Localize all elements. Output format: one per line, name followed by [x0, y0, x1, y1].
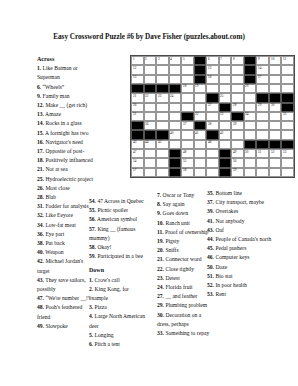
grid-cell[interactable]: [231, 130, 244, 139]
grid-cell[interactable]: [256, 112, 269, 121]
cell-number: 4: [170, 57, 172, 61]
cell-number: 30: [271, 103, 274, 107]
black-cell: [244, 65, 257, 74]
clue-across-14: 14. Rocks in a glass: [37, 119, 95, 128]
cell-number: 40: [170, 131, 173, 135]
clue-down-10: 10. Ranch unit: [157, 219, 210, 228]
grid-cell[interactable]: [269, 84, 282, 93]
grid-cell[interactable]: 58: [181, 168, 194, 177]
black-cell: [144, 130, 157, 139]
clue-down-50: 50. Doze: [207, 263, 285, 272]
cell-number: 34: [245, 112, 248, 116]
grid-cell[interactable]: [144, 168, 157, 177]
grid-cell[interactable]: [219, 140, 232, 149]
clue-across-28: 28. Blab: [37, 193, 95, 202]
black-cell: [206, 130, 219, 139]
black-cell: [131, 130, 144, 139]
clue-down-53: 53. Rent: [207, 290, 285, 299]
clue-down-5: 5. Longing: [89, 331, 147, 340]
across-tail-and-down-start-column: 54. 47 Across in Quebec55. Picnic spoile…: [89, 197, 147, 349]
cell-number: 16: [208, 75, 211, 79]
grid-cell[interactable]: [156, 121, 169, 130]
clue-down-7: 7. Oscar or Tony: [157, 191, 210, 200]
cell-number: 50: [245, 150, 248, 154]
clue-down-3: 3. Pizza: [89, 303, 147, 312]
grid-cell[interactable]: 23: [156, 93, 169, 102]
clue-across-47: 47. “We're number __!”: [37, 294, 95, 303]
black-cell: [181, 112, 194, 121]
cell-number: 1: [133, 57, 135, 61]
grid-cell[interactable]: [156, 158, 169, 167]
black-cell: [219, 168, 232, 177]
clue-across-40: 40. Weapon: [37, 248, 95, 257]
grid-cell[interactable]: [156, 103, 169, 112]
grid-cell[interactable]: [169, 140, 182, 149]
grid-cell[interactable]: [206, 112, 219, 121]
grid-cell[interactable]: [281, 75, 294, 84]
grid-cell[interactable]: 48: [181, 149, 194, 158]
grid-cell[interactable]: [181, 93, 194, 102]
grid-cell[interactable]: [194, 93, 207, 102]
clue-down-30: 30. Decoration on a dress, perhaps: [157, 311, 210, 329]
grid-cell[interactable]: [231, 93, 244, 102]
cell-number: 32: [195, 112, 198, 116]
black-cell: [269, 140, 282, 149]
grid-cell[interactable]: [169, 65, 182, 74]
cell-number: 38: [208, 122, 211, 126]
cell-number: 8: [233, 57, 235, 61]
black-cell: [194, 121, 207, 130]
cell-number: 37: [183, 122, 186, 126]
grid-cell[interactable]: [244, 130, 257, 139]
grid-cell[interactable]: [169, 121, 182, 130]
grid-cell[interactable]: [281, 130, 294, 139]
clue-across-18: 18. Positively influenced: [37, 156, 95, 165]
grid-cell[interactable]: 27: [206, 103, 219, 112]
clue-down-4: 4. Large North American deer: [89, 312, 147, 330]
clue-down-9: 9. Goes down: [157, 209, 210, 218]
cell-number: 26: [133, 103, 136, 107]
grid-cell[interactable]: 56: [231, 158, 244, 167]
grid-cell[interactable]: [144, 75, 157, 84]
grid-cell[interactable]: 11: [281, 56, 294, 65]
clue-across-16: 16. Navigator's need: [37, 138, 95, 147]
cell-number: 14: [258, 66, 261, 70]
grid-cell[interactable]: [156, 168, 169, 177]
cell-number: 3: [158, 57, 160, 61]
clue-down-20: 20. Sniffs: [157, 246, 210, 255]
cell-number: 9: [258, 57, 260, 61]
cell-number: 36: [145, 122, 148, 126]
grid-cell[interactable]: [281, 84, 294, 93]
clue-across-17: 17. Opposite of post-: [37, 147, 95, 156]
grid-cell[interactable]: 33: [219, 112, 232, 121]
cell-number: 56: [233, 159, 236, 163]
clue-across-57: 57. King __ (famous mummy): [89, 225, 147, 243]
grid-cell[interactable]: 45: [156, 140, 169, 149]
grid-cell[interactable]: [194, 168, 207, 177]
black-cell: [244, 75, 257, 84]
clue-across-38: 38. Put back: [37, 239, 95, 248]
cell-number: 43: [133, 140, 136, 144]
grid-cell[interactable]: 44: [144, 140, 157, 149]
grid-cell[interactable]: [219, 121, 232, 130]
grid-cell[interactable]: 54: [131, 158, 144, 167]
cell-number: 44: [145, 140, 148, 144]
cell-number: 31: [133, 112, 136, 116]
clue-down-29: 29. Plumbing problem: [157, 301, 210, 310]
cell-number: 51: [258, 150, 261, 154]
grid-cell[interactable]: [244, 168, 257, 177]
cell-number: 52: [271, 150, 274, 154]
cell-number: 11: [283, 57, 286, 61]
grid-cell[interactable]: 59: [231, 168, 244, 177]
clue-down-19: 19. Pigsty: [157, 237, 210, 246]
clue-down-41: 41. Not anybody: [207, 217, 285, 226]
grid-cell[interactable]: [269, 112, 282, 121]
grid-cell[interactable]: 16: [206, 75, 219, 84]
clue-across-48: 48. Pooh's feathered friend: [37, 303, 95, 321]
cell-number: 20: [245, 84, 248, 88]
grid-cell[interactable]: [206, 168, 219, 177]
black-cell: [131, 84, 144, 93]
grid-cell[interactable]: [281, 121, 294, 130]
grid-cell[interactable]: [231, 140, 244, 149]
black-cell: [244, 140, 257, 149]
grid-cell[interactable]: [244, 158, 257, 167]
black-cell: [169, 158, 182, 167]
clue-across-25: 25. Hydroelectric project: [37, 175, 95, 184]
grid-cell[interactable]: [281, 158, 294, 167]
grid-cell[interactable]: [219, 65, 232, 74]
grid-cell[interactable]: [269, 121, 282, 130]
grid-cell[interactable]: 8: [231, 56, 244, 65]
grid-cell[interactable]: 1: [131, 56, 144, 65]
grid-cell[interactable]: [269, 130, 282, 139]
grid-cell[interactable]: [206, 158, 219, 167]
clue-down-27: 27. __ and feather: [157, 292, 210, 301]
cell-number: 5: [183, 57, 185, 61]
clue-down-39: 39. Overtakes: [207, 207, 285, 216]
black-cell: [206, 93, 219, 102]
grid-cell[interactable]: 25: [219, 93, 232, 102]
clue-down-11: 11. Proof of ownership: [157, 228, 210, 237]
black-cell: [131, 121, 144, 130]
black-cell: [281, 93, 294, 102]
clue-across-26: 26. Most close: [37, 184, 95, 193]
down-header: Down: [89, 266, 147, 275]
clue-across-58: 58. Okay!: [89, 243, 147, 252]
grid-cell[interactable]: 19: [194, 84, 207, 93]
grid-cell[interactable]: [256, 84, 269, 93]
grid-cell[interactable]: [256, 130, 269, 139]
grid-cell[interactable]: 3: [156, 56, 169, 65]
grid-cell[interactable]: [194, 103, 207, 112]
grid-cell[interactable]: 6: [206, 56, 219, 65]
grid-cell[interactable]: [194, 140, 207, 149]
clue-across-43: 43. They save sailors, possibly: [37, 276, 95, 294]
grid-cell[interactable]: [231, 75, 244, 84]
grid-cell[interactable]: [194, 149, 207, 158]
clue-down-33: 33. Something to repay: [157, 329, 210, 338]
cell-number: 2: [145, 57, 147, 61]
grid-cell[interactable]: 34: [244, 112, 257, 121]
black-cell: [194, 65, 207, 74]
clue-across-49: 49. Slowpoke: [37, 322, 95, 331]
grid-cell[interactable]: [156, 149, 169, 158]
black-cell: [219, 103, 232, 112]
grid-cell[interactable]: 50: [244, 149, 257, 158]
black-cell: [244, 56, 257, 65]
grid-cell[interactable]: [181, 130, 194, 139]
black-cell: [169, 168, 182, 177]
black-cell: [219, 149, 232, 158]
grid-cell[interactable]: [256, 158, 269, 167]
grid-cell[interactable]: 55: [181, 158, 194, 167]
cell-number: 57: [133, 168, 136, 172]
grid-cell[interactable]: [144, 149, 157, 158]
cell-number: 46: [208, 140, 211, 144]
cell-number: 58: [183, 168, 186, 172]
grid-cell[interactable]: [269, 158, 282, 167]
grid-cell[interactable]: 10: [269, 56, 282, 65]
grid-cell[interactable]: [219, 84, 232, 93]
clue-across-59: 59. Participated in a bee: [89, 252, 147, 261]
grid-cell[interactable]: [219, 75, 232, 84]
cell-number: 25: [220, 94, 223, 98]
grid-cell[interactable]: [144, 65, 157, 74]
grid-cell[interactable]: [256, 121, 269, 130]
cell-number: 22: [145, 94, 148, 98]
grid-cell[interactable]: 17: [256, 75, 269, 84]
cell-number: 27: [208, 103, 211, 107]
grid-cell[interactable]: 32: [194, 112, 207, 121]
black-cell: [169, 149, 182, 158]
black-cell: [269, 93, 282, 102]
clue-down-22: 22. Close tightly: [157, 265, 210, 274]
grid-cell[interactable]: [244, 93, 257, 102]
cell-number: 35: [283, 112, 286, 116]
clue-down-51: 51. Bio stat: [207, 272, 285, 281]
black-cell: [231, 112, 244, 121]
grid-cell[interactable]: [231, 65, 244, 74]
grid-cell[interactable]: 51: [256, 149, 269, 158]
grid-cell[interactable]: 37: [181, 121, 194, 130]
grid-cell[interactable]: [144, 112, 157, 121]
down-clue-column-middle: 7. Oscar or Tony8. Say again9. Goes down…: [157, 191, 210, 338]
grid-cell[interactable]: 36: [144, 121, 157, 130]
clue-across-36: 36. Eye part: [37, 230, 95, 239]
clue-across-1: 1. Like Batman or Superman: [37, 64, 95, 82]
grid-cell[interactable]: 30: [269, 103, 282, 112]
clue-down-43: 43. Oaf: [207, 226, 285, 235]
black-cell: [256, 140, 269, 149]
grid-cell[interactable]: [181, 103, 194, 112]
grid-cell[interactable]: [256, 168, 269, 177]
black-cell: [194, 75, 207, 84]
grid-cell[interactable]: 42: [219, 130, 232, 139]
cell-number: 13: [208, 66, 211, 70]
grid-cell[interactable]: [169, 75, 182, 84]
cell-number: 23: [158, 94, 161, 98]
cell-number: 53: [283, 150, 286, 154]
clue-across-56: 56. American symbol: [89, 215, 147, 224]
clue-across-32: 32. Like Eeyore: [37, 211, 95, 220]
grid-cell[interactable]: [156, 112, 169, 121]
grid-cell[interactable]: 26: [131, 103, 144, 112]
clue-down-52: 52. In poor health: [207, 281, 285, 290]
clue-across-21: 21. Not at sea: [37, 165, 95, 174]
cell-number: 10: [271, 57, 274, 61]
clue-down-1: 1. Crow's call: [89, 276, 147, 285]
grid-cell[interactable]: [269, 168, 282, 177]
cell-number: 48: [183, 150, 186, 154]
grid-cell[interactable]: [169, 103, 182, 112]
grid-cell[interactable]: 29: [256, 103, 269, 112]
clue-down-21: 21. Connector word: [157, 255, 210, 264]
clue-down-44: 44. People of Canada's north: [207, 235, 285, 244]
grid-cell[interactable]: 52: [269, 149, 282, 158]
grid-cell[interactable]: [244, 103, 257, 112]
grid-cell[interactable]: 46: [206, 140, 219, 149]
cell-number: 29: [258, 103, 261, 107]
cell-number: 55: [183, 159, 186, 163]
black-cell: [156, 130, 169, 139]
cell-number: 42: [220, 131, 223, 135]
grid-cell[interactable]: [269, 65, 282, 74]
page-title: Easy Crossword Puzzle #6 by Dave Fisher …: [0, 33, 298, 41]
clue-across-12: 12. Make __ (get rich): [37, 101, 95, 110]
black-cell: [169, 84, 182, 93]
grid-cell[interactable]: [281, 65, 294, 74]
cell-number: 17: [258, 75, 261, 79]
grid-cell[interactable]: [206, 149, 219, 158]
black-cell: [156, 84, 169, 93]
cell-number: 18: [183, 84, 186, 88]
cell-number: 19: [195, 84, 198, 88]
cell-number: 21: [133, 94, 136, 98]
grid-cell[interactable]: [244, 121, 257, 130]
grid-cell[interactable]: [181, 140, 194, 149]
grid-cell[interactable]: 43: [131, 140, 144, 149]
grid-cell[interactable]: 49: [231, 149, 244, 158]
cell-number: 45: [158, 140, 161, 144]
clue-across-31: 31. Fodder for analysis: [37, 202, 95, 211]
clue-across-54: 54. 47 Across in Quebec: [89, 197, 147, 206]
black-cell: [256, 93, 269, 102]
grid-cell[interactable]: 2: [144, 56, 157, 65]
clue-down-8: 8. Say again: [157, 200, 210, 209]
clue-across-42: 42. Michael Jordan's target: [37, 257, 95, 275]
clue-down-35: 35. Bottom line: [207, 189, 285, 198]
grid-cell[interactable]: 24: [169, 93, 182, 102]
grid-cell[interactable]: 20: [244, 84, 257, 93]
clue-across-55: 55. Picnic spoiler: [89, 206, 147, 215]
black-cell: [281, 140, 294, 149]
clue-across-34: 34. Low-fat meat: [37, 221, 95, 230]
grid-cell[interactable]: 5: [181, 56, 194, 65]
grid-cell[interactable]: 47: [131, 149, 144, 158]
cell-number: 12: [133, 66, 136, 70]
grid-cell[interactable]: [156, 65, 169, 74]
clue-down-6: 6. Pitch a tent: [89, 340, 147, 349]
cell-number: 24: [170, 94, 173, 98]
grid-cell[interactable]: 40: [169, 130, 182, 139]
black-cell: [281, 103, 294, 112]
clue-across-15: 15. A fortnight has two: [37, 129, 95, 138]
grid-cell[interactable]: [231, 84, 244, 93]
grid-cell[interactable]: 4: [169, 56, 182, 65]
down-clue-column-right: 35. Bottom line37. City transport, maybe…: [207, 189, 285, 299]
grid-cell[interactable]: [194, 158, 207, 167]
clue-down-46: 46. Computer keys: [207, 253, 285, 262]
crossword-grid: 1234567891011121314151617181920212223242…: [130, 55, 295, 178]
grid-cell[interactable]: 39: [231, 121, 244, 130]
grid-cell[interactable]: [206, 84, 219, 93]
cell-number: 47: [133, 150, 136, 154]
grid-cell[interactable]: 18: [181, 84, 194, 93]
cell-number: 39: [233, 122, 236, 126]
clue-across-9: 9. Family man: [37, 92, 95, 101]
grid-cell[interactable]: 35: [281, 112, 294, 121]
grid-cell[interactable]: 41: [194, 130, 207, 139]
grid-cell[interactable]: 38: [206, 121, 219, 130]
grid-cell[interactable]: 57: [131, 168, 144, 177]
grid-cell[interactable]: 12: [131, 65, 144, 74]
grid-cell[interactable]: 9: [256, 56, 269, 65]
grid-cell[interactable]: [281, 168, 294, 177]
grid-cell[interactable]: 28: [231, 103, 244, 112]
grid-cell[interactable]: 53: [281, 149, 294, 158]
clue-down-23: 23. Detest: [157, 274, 210, 283]
grid-cell[interactable]: [144, 103, 157, 112]
black-cell: [144, 84, 157, 93]
clue-down-2: 2. King Kong, for example: [89, 285, 147, 303]
clue-down-37: 37. City transport, maybe: [207, 198, 285, 207]
cell-number: 54: [133, 159, 136, 163]
cell-number: 7: [220, 57, 222, 61]
grid-cell[interactable]: 13: [206, 65, 219, 74]
grid-cell[interactable]: [181, 75, 194, 84]
grid-cell[interactable]: 7: [219, 56, 232, 65]
grid-cell[interactable]: [144, 158, 157, 167]
grid-cell[interactable]: [156, 75, 169, 84]
clue-across-13: 13. Amaze: [37, 110, 95, 119]
cell-number: 41: [195, 131, 198, 135]
grid-cell[interactable]: 22: [144, 93, 157, 102]
across-clue-column: Across 1. Like Batman or Superman6. “Whe…: [37, 55, 95, 331]
grid-cell[interactable]: 15: [131, 75, 144, 84]
grid-cell[interactable]: 21: [131, 93, 144, 102]
grid-cell[interactable]: [269, 75, 282, 84]
grid-cell[interactable]: [181, 65, 194, 74]
grid-cell[interactable]: [169, 112, 182, 121]
clue-down-24: 24. Florida fruit: [157, 283, 210, 292]
cell-number: 6: [208, 57, 210, 61]
black-cell: [194, 56, 207, 65]
grid-cell[interactable]: 14: [256, 65, 269, 74]
black-cell: [219, 158, 232, 167]
grid-cell[interactable]: 31: [131, 112, 144, 121]
cell-number: 28: [233, 103, 236, 107]
cell-number: 15: [133, 75, 136, 79]
clue-across-6: 6. “Wheels”: [37, 83, 95, 92]
cell-number: 59: [233, 168, 236, 172]
cell-number: 33: [220, 112, 223, 116]
across-header: Across: [37, 55, 95, 64]
cell-number: 49: [233, 150, 236, 154]
clue-down-45: 45. Pedal pushers: [207, 244, 285, 253]
